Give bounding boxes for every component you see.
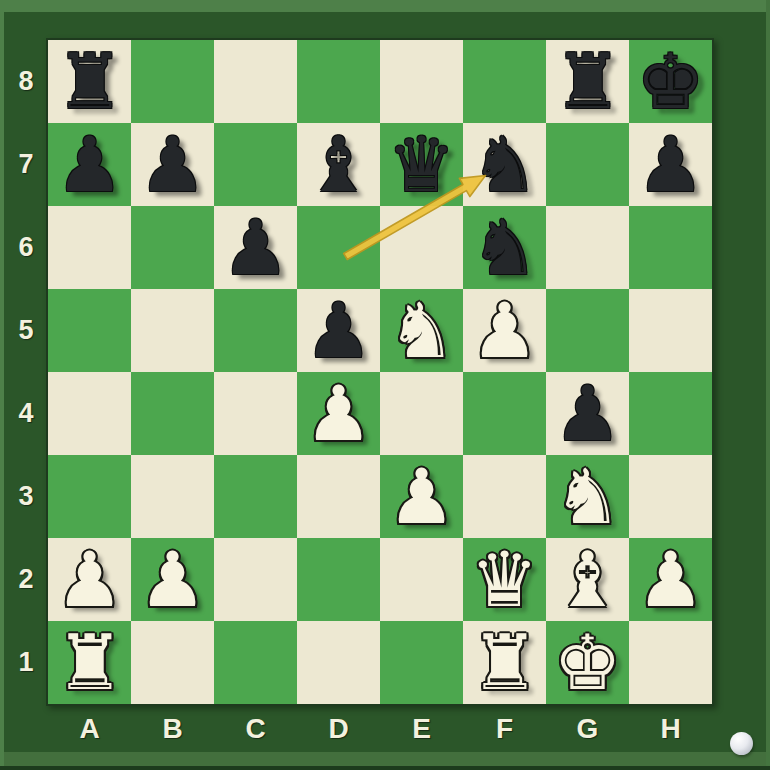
piece-black-pawn[interactable]: ♟ [55, 123, 123, 206]
square-h2[interactable]: ♟ [629, 538, 712, 621]
piece-black-pawn[interactable]: ♟ [221, 206, 289, 289]
square-c4[interactable] [214, 372, 297, 455]
square-g1[interactable]: ♚ [546, 621, 629, 704]
rank-labels: 87654321 [8, 40, 44, 704]
file-labels: ABCDEFGH [48, 706, 712, 754]
square-d4[interactable]: ♟ [297, 372, 380, 455]
square-g8[interactable]: ♜ [546, 40, 629, 123]
square-b3[interactable] [131, 455, 214, 538]
file-label-f: F [463, 706, 546, 754]
square-e2[interactable] [380, 538, 463, 621]
file-label-d: D [297, 706, 380, 754]
square-e8[interactable] [380, 40, 463, 123]
piece-white-bishop[interactable]: ♝ [553, 538, 621, 621]
piece-black-rook[interactable]: ♜ [55, 40, 123, 123]
piece-black-pawn[interactable]: ♟ [304, 289, 372, 372]
rank-label-1: 1 [8, 621, 44, 704]
piece-black-queen[interactable]: ♛ [387, 123, 455, 206]
square-f5[interactable]: ♟ [463, 289, 546, 372]
square-e7[interactable]: ♛ [380, 123, 463, 206]
piece-white-pawn[interactable]: ♟ [636, 538, 704, 621]
piece-black-pawn[interactable]: ♟ [636, 123, 704, 206]
square-d6[interactable] [297, 206, 380, 289]
file-label-b: B [131, 706, 214, 754]
square-c7[interactable] [214, 123, 297, 206]
square-f1[interactable]: ♜ [463, 621, 546, 704]
file-label-a: A [48, 706, 131, 754]
piece-white-pawn[interactable]: ♟ [304, 372, 372, 455]
piece-black-pawn[interactable]: ♟ [138, 123, 206, 206]
square-h8[interactable]: ♚ [629, 40, 712, 123]
square-e6[interactable] [380, 206, 463, 289]
square-f8[interactable] [463, 40, 546, 123]
piece-black-rook[interactable]: ♜ [553, 40, 621, 123]
square-d2[interactable] [297, 538, 380, 621]
square-e5[interactable]: ♞ [380, 289, 463, 372]
chess-app: 87654321 ♜♜♚♟♟♝♛♞♟♟♞♟♞♟♟♟♟♞♟♟♛♝♟♜♜♚ ABCD… [0, 0, 770, 770]
square-b6[interactable] [131, 206, 214, 289]
square-c8[interactable] [214, 40, 297, 123]
rank-label-3: 3 [8, 455, 44, 538]
square-g3[interactable]: ♞ [546, 455, 629, 538]
square-b5[interactable] [131, 289, 214, 372]
piece-white-pawn[interactable]: ♟ [138, 538, 206, 621]
square-h1[interactable] [629, 621, 712, 704]
square-g6[interactable] [546, 206, 629, 289]
square-d3[interactable] [297, 455, 380, 538]
square-a8[interactable]: ♜ [48, 40, 131, 123]
file-label-h: H [629, 706, 712, 754]
square-d7[interactable]: ♝ [297, 123, 380, 206]
square-h4[interactable] [629, 372, 712, 455]
rank-label-4: 4 [8, 372, 44, 455]
square-a3[interactable] [48, 455, 131, 538]
piece-black-king[interactable]: ♚ [636, 40, 704, 123]
square-a1[interactable]: ♜ [48, 621, 131, 704]
square-a5[interactable] [48, 289, 131, 372]
square-g4[interactable]: ♟ [546, 372, 629, 455]
piece-white-queen[interactable]: ♛ [470, 538, 538, 621]
square-c1[interactable] [214, 621, 297, 704]
square-c6[interactable]: ♟ [214, 206, 297, 289]
square-a7[interactable]: ♟ [48, 123, 131, 206]
piece-white-pawn[interactable]: ♟ [387, 455, 455, 538]
file-label-g: G [546, 706, 629, 754]
square-d5[interactable]: ♟ [297, 289, 380, 372]
square-a4[interactable] [48, 372, 131, 455]
square-g7[interactable] [546, 123, 629, 206]
piece-white-knight[interactable]: ♞ [553, 455, 621, 538]
square-b2[interactable]: ♟ [131, 538, 214, 621]
piece-white-rook[interactable]: ♜ [55, 621, 123, 704]
rank-label-6: 6 [8, 206, 44, 289]
piece-black-pawn[interactable]: ♟ [553, 372, 621, 455]
square-e1[interactable] [380, 621, 463, 704]
square-f6[interactable]: ♞ [463, 206, 546, 289]
square-b8[interactable] [131, 40, 214, 123]
square-f3[interactable] [463, 455, 546, 538]
square-e3[interactable]: ♟ [380, 455, 463, 538]
white-to-move-indicator [730, 732, 753, 755]
chess-board[interactable]: ♜♜♚♟♟♝♛♞♟♟♞♟♞♟♟♟♟♞♟♟♛♝♟♜♜♚ [46, 38, 714, 706]
piece-white-rook[interactable]: ♜ [470, 621, 538, 704]
square-h5[interactable] [629, 289, 712, 372]
square-a6[interactable] [48, 206, 131, 289]
rank-label-5: 5 [8, 289, 44, 372]
square-d8[interactable] [297, 40, 380, 123]
square-f2[interactable]: ♛ [463, 538, 546, 621]
square-d1[interactable] [297, 621, 380, 704]
rank-label-7: 7 [8, 123, 44, 206]
square-f7[interactable]: ♞ [463, 123, 546, 206]
square-b1[interactable] [131, 621, 214, 704]
square-b4[interactable] [131, 372, 214, 455]
square-h6[interactable] [629, 206, 712, 289]
square-c3[interactable] [214, 455, 297, 538]
piece-white-knight[interactable]: ♞ [387, 289, 455, 372]
piece-black-bishop[interactable]: ♝ [304, 123, 372, 206]
piece-black-knight[interactable]: ♞ [470, 206, 538, 289]
square-b7[interactable]: ♟ [131, 123, 214, 206]
square-h7[interactable]: ♟ [629, 123, 712, 206]
square-f4[interactable] [463, 372, 546, 455]
square-c2[interactable] [214, 538, 297, 621]
rank-label-2: 2 [8, 538, 44, 621]
square-g2[interactable]: ♝ [546, 538, 629, 621]
piece-white-pawn[interactable]: ♟ [470, 289, 538, 372]
rank-label-8: 8 [8, 40, 44, 123]
square-h3[interactable] [629, 455, 712, 538]
piece-white-king[interactable]: ♚ [553, 621, 621, 704]
square-g5[interactable] [546, 289, 629, 372]
file-label-e: E [380, 706, 463, 754]
piece-white-pawn[interactable]: ♟ [55, 538, 123, 621]
square-a2[interactable]: ♟ [48, 538, 131, 621]
file-label-c: C [214, 706, 297, 754]
square-e4[interactable] [380, 372, 463, 455]
square-c5[interactable] [214, 289, 297, 372]
piece-black-knight[interactable]: ♞ [470, 123, 538, 206]
